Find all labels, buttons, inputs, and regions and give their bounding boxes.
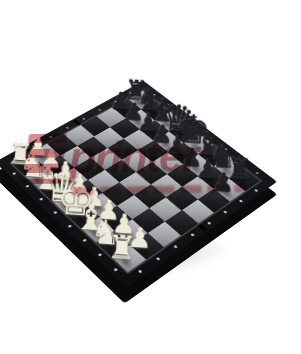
square-b3 (60, 146, 91, 168)
board-perspective-wrapper: ♜♞♝♛♚♝♞♜♟♟♟♟♟♟♟♟♟♟♟♟♟♟♟♟♜♞♝♛♚♝♞♜ (29, 65, 242, 278)
square-d4 (105, 160, 136, 182)
piece-shadow (214, 161, 239, 179)
product-photo-chess-set: ♜♞♝♛♚♝♞♜♟♟♟♟♟♟♟♟♟♟♟♟♟♟♟♟♜♞♝♛♚♝♞♜ printer (0, 0, 301, 354)
board-grid: ♜♞♝♛♚♝♞♜♟♟♟♟♟♟♟♟♟♟♟♟♟♟♟♟♜♞♝♛♚♝♞♜ (12, 91, 260, 272)
